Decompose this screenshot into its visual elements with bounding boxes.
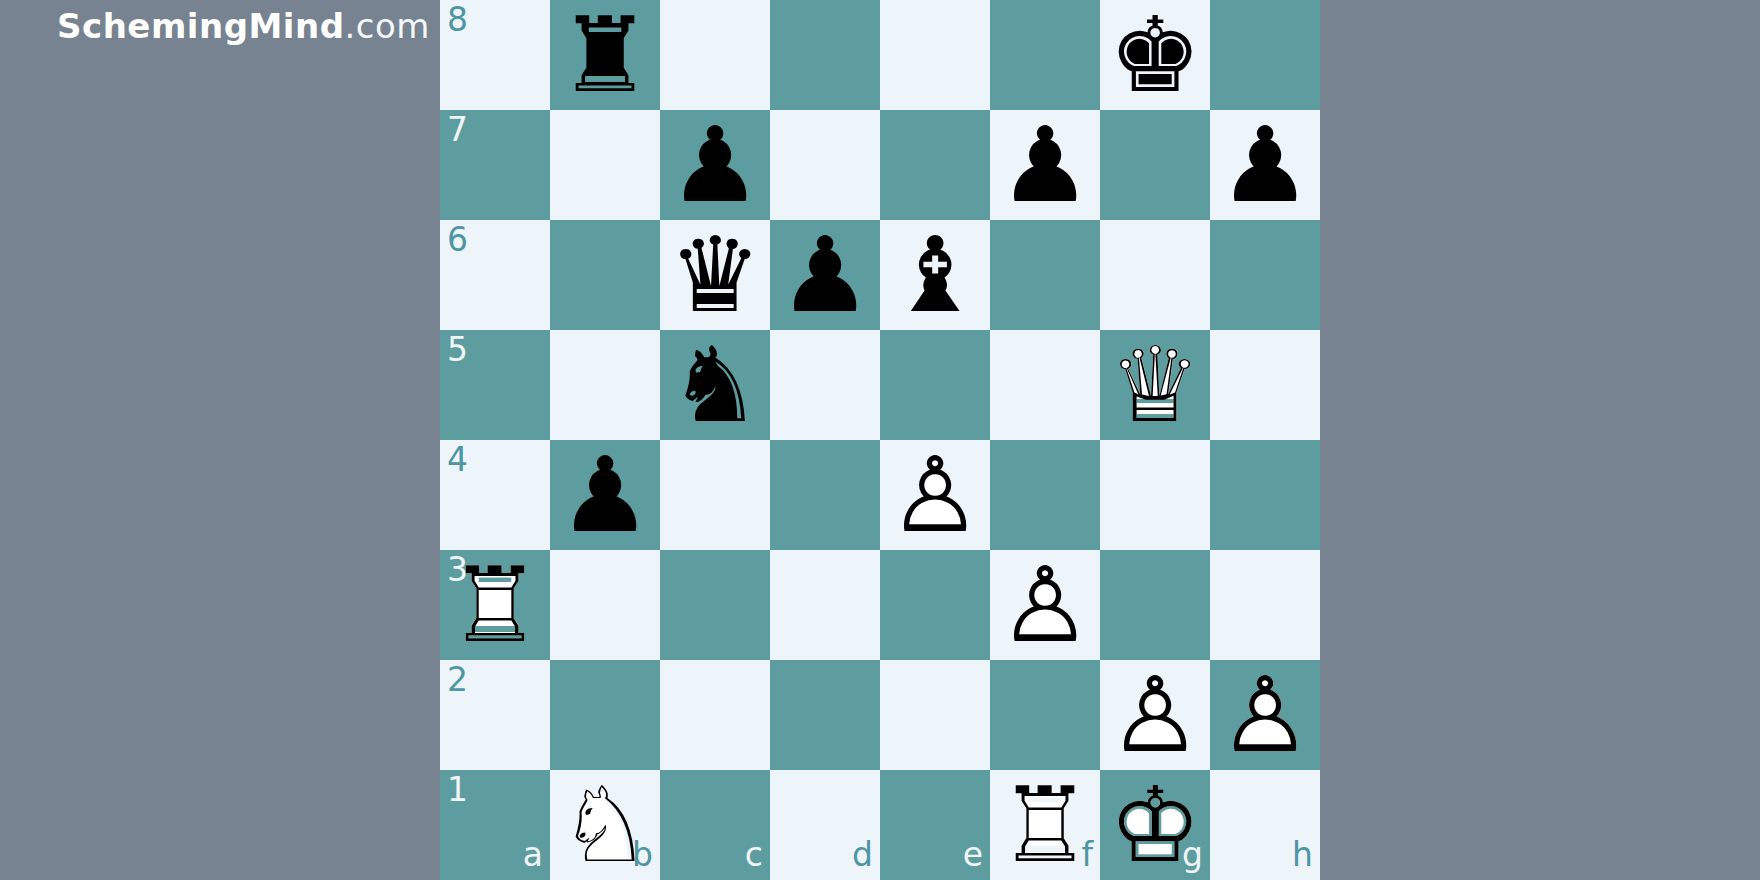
square-b3[interactable] bbox=[550, 550, 660, 660]
piece-black-pawn[interactable]: ♟ bbox=[660, 110, 770, 220]
square-h3[interactable] bbox=[1210, 550, 1320, 660]
black-rook-glyph: ♜ bbox=[558, 0, 651, 110]
piece-black-rook[interactable]: ♜ bbox=[550, 0, 660, 110]
black-knight-glyph: ♞ bbox=[668, 330, 761, 440]
piece-white-pawn[interactable]: ♟♙ bbox=[1100, 660, 1210, 770]
file-label-c: c bbox=[745, 838, 763, 871]
square-b8[interactable]: ♜ bbox=[550, 0, 660, 110]
square-g2[interactable]: ♟♙ bbox=[1100, 660, 1210, 770]
square-f4[interactable] bbox=[990, 440, 1100, 550]
page: SchemingMind.com 8♜♚7♟♟♟6♛♟♝5♞♛♕4♟♟♙3♜♖♟… bbox=[0, 0, 1760, 880]
black-pawn-glyph: ♟ bbox=[668, 110, 761, 220]
black-queen-glyph: ♛ bbox=[668, 220, 761, 330]
square-e1[interactable]: e bbox=[880, 770, 990, 880]
black-pawn-glyph: ♟ bbox=[1218, 110, 1311, 220]
square-e4[interactable]: ♟♙ bbox=[880, 440, 990, 550]
white-rook-glyph: ♖ bbox=[998, 770, 1091, 880]
rank-label-2: 2 bbox=[447, 663, 468, 696]
square-f8[interactable] bbox=[990, 0, 1100, 110]
square-e8[interactable] bbox=[880, 0, 990, 110]
square-f6[interactable] bbox=[990, 220, 1100, 330]
square-c1[interactable]: c bbox=[660, 770, 770, 880]
piece-black-pawn[interactable]: ♟ bbox=[550, 440, 660, 550]
site-logo[interactable]: SchemingMind.com bbox=[57, 6, 440, 46]
square-e6[interactable]: ♝ bbox=[880, 220, 990, 330]
square-a8[interactable]: 8 bbox=[440, 0, 550, 110]
square-d6[interactable]: ♟ bbox=[770, 220, 880, 330]
piece-white-pawn[interactable]: ♟♙ bbox=[990, 550, 1100, 660]
piece-white-rook[interactable]: ♜♖ bbox=[990, 770, 1100, 880]
square-f5[interactable] bbox=[990, 330, 1100, 440]
black-pawn-glyph: ♟ bbox=[778, 220, 871, 330]
square-b4[interactable]: ♟ bbox=[550, 440, 660, 550]
piece-white-knight[interactable]: ♞♘ bbox=[550, 770, 660, 880]
square-d2[interactable] bbox=[770, 660, 880, 770]
piece-white-pawn[interactable]: ♟♙ bbox=[880, 440, 990, 550]
white-pawn-glyph: ♙ bbox=[998, 550, 1091, 660]
piece-white-queen[interactable]: ♛♕ bbox=[1100, 330, 1210, 440]
white-rook-glyph: ♖ bbox=[448, 550, 541, 660]
piece-black-pawn[interactable]: ♟ bbox=[770, 220, 880, 330]
square-c6[interactable]: ♛ bbox=[660, 220, 770, 330]
square-d8[interactable] bbox=[770, 0, 880, 110]
square-c5[interactable]: ♞ bbox=[660, 330, 770, 440]
white-pawn-glyph: ♙ bbox=[1218, 660, 1311, 770]
piece-black-pawn[interactable]: ♟ bbox=[1210, 110, 1320, 220]
square-d3[interactable] bbox=[770, 550, 880, 660]
white-knight-glyph: ♘ bbox=[558, 770, 651, 880]
square-f2[interactable] bbox=[990, 660, 1100, 770]
square-f3[interactable]: ♟♙ bbox=[990, 550, 1100, 660]
chess-board: 8♜♚7♟♟♟6♛♟♝5♞♛♕4♟♟♙3♜♖♟♙2♟♙♟♙1ab♞♘cdef♜♖… bbox=[440, 0, 1320, 880]
square-e7[interactable] bbox=[880, 110, 990, 220]
piece-black-queen[interactable]: ♛ bbox=[660, 220, 770, 330]
piece-black-king[interactable]: ♚ bbox=[1100, 0, 1210, 110]
square-g7[interactable] bbox=[1100, 110, 1210, 220]
piece-black-pawn[interactable]: ♟ bbox=[990, 110, 1100, 220]
white-pawn-glyph: ♙ bbox=[888, 440, 981, 550]
black-pawn-glyph: ♟ bbox=[998, 110, 1091, 220]
square-a6[interactable]: 6 bbox=[440, 220, 550, 330]
square-e5[interactable] bbox=[880, 330, 990, 440]
square-a7[interactable]: 7 bbox=[440, 110, 550, 220]
square-c8[interactable] bbox=[660, 0, 770, 110]
square-b7[interactable] bbox=[550, 110, 660, 220]
rank-label-5: 5 bbox=[447, 333, 468, 366]
black-king-glyph: ♚ bbox=[1108, 0, 1201, 110]
square-b6[interactable] bbox=[550, 220, 660, 330]
square-h6[interactable] bbox=[1210, 220, 1320, 330]
rank-label-7: 7 bbox=[447, 113, 468, 146]
white-king-glyph: ♔ bbox=[1108, 770, 1201, 880]
square-h4[interactable] bbox=[1210, 440, 1320, 550]
square-d7[interactable] bbox=[770, 110, 880, 220]
file-label-h: h bbox=[1292, 838, 1313, 871]
square-a3[interactable]: 3♜♖ bbox=[440, 550, 550, 660]
piece-white-king[interactable]: ♚♔ bbox=[1100, 770, 1210, 880]
square-h2[interactable]: ♟♙ bbox=[1210, 660, 1320, 770]
square-h1[interactable]: h bbox=[1210, 770, 1320, 880]
square-g5[interactable]: ♛♕ bbox=[1100, 330, 1210, 440]
square-d4[interactable] bbox=[770, 440, 880, 550]
square-g6[interactable] bbox=[1100, 220, 1210, 330]
right-panel bbox=[1320, 0, 1760, 880]
square-d1[interactable]: d bbox=[770, 770, 880, 880]
square-a5[interactable]: 5 bbox=[440, 330, 550, 440]
square-c2[interactable] bbox=[660, 660, 770, 770]
white-queen-glyph: ♕ bbox=[1108, 330, 1201, 440]
left-panel: SchemingMind.com bbox=[0, 0, 440, 880]
site-logo-suffix: .com bbox=[345, 6, 430, 46]
square-c7[interactable]: ♟ bbox=[660, 110, 770, 220]
piece-white-rook[interactable]: ♜♖ bbox=[440, 550, 550, 660]
rank-label-8: 8 bbox=[447, 3, 468, 36]
square-h5[interactable] bbox=[1210, 330, 1320, 440]
square-g3[interactable] bbox=[1100, 550, 1210, 660]
square-c4[interactable] bbox=[660, 440, 770, 550]
square-a2[interactable]: 2 bbox=[440, 660, 550, 770]
site-logo-name: SchemingMind bbox=[57, 6, 345, 46]
black-bishop-glyph: ♝ bbox=[888, 220, 981, 330]
square-g4[interactable] bbox=[1100, 440, 1210, 550]
square-a4[interactable]: 4 bbox=[440, 440, 550, 550]
square-b5[interactable] bbox=[550, 330, 660, 440]
square-h8[interactable] bbox=[1210, 0, 1320, 110]
square-c3[interactable] bbox=[660, 550, 770, 660]
square-a1[interactable]: 1a bbox=[440, 770, 550, 880]
square-b1[interactable]: b♞♘ bbox=[550, 770, 660, 880]
square-g8[interactable]: ♚ bbox=[1100, 0, 1210, 110]
rank-label-4: 4 bbox=[447, 443, 468, 476]
square-d5[interactable] bbox=[770, 330, 880, 440]
file-label-d: d bbox=[852, 838, 873, 871]
square-h7[interactable]: ♟ bbox=[1210, 110, 1320, 220]
piece-black-knight[interactable]: ♞ bbox=[660, 330, 770, 440]
piece-black-bishop[interactable]: ♝ bbox=[880, 220, 990, 330]
square-f7[interactable]: ♟ bbox=[990, 110, 1100, 220]
square-f1[interactable]: f♜♖ bbox=[990, 770, 1100, 880]
white-pawn-glyph: ♙ bbox=[1108, 660, 1201, 770]
black-pawn-glyph: ♟ bbox=[558, 440, 651, 550]
square-e3[interactable] bbox=[880, 550, 990, 660]
file-label-e: e bbox=[963, 838, 983, 871]
square-b2[interactable] bbox=[550, 660, 660, 770]
file-label-a: a bbox=[523, 838, 543, 871]
piece-white-pawn[interactable]: ♟♙ bbox=[1210, 660, 1320, 770]
rank-label-6: 6 bbox=[447, 223, 468, 256]
square-g1[interactable]: g♚♔ bbox=[1100, 770, 1210, 880]
square-e2[interactable] bbox=[880, 660, 990, 770]
rank-label-1: 1 bbox=[447, 773, 468, 806]
